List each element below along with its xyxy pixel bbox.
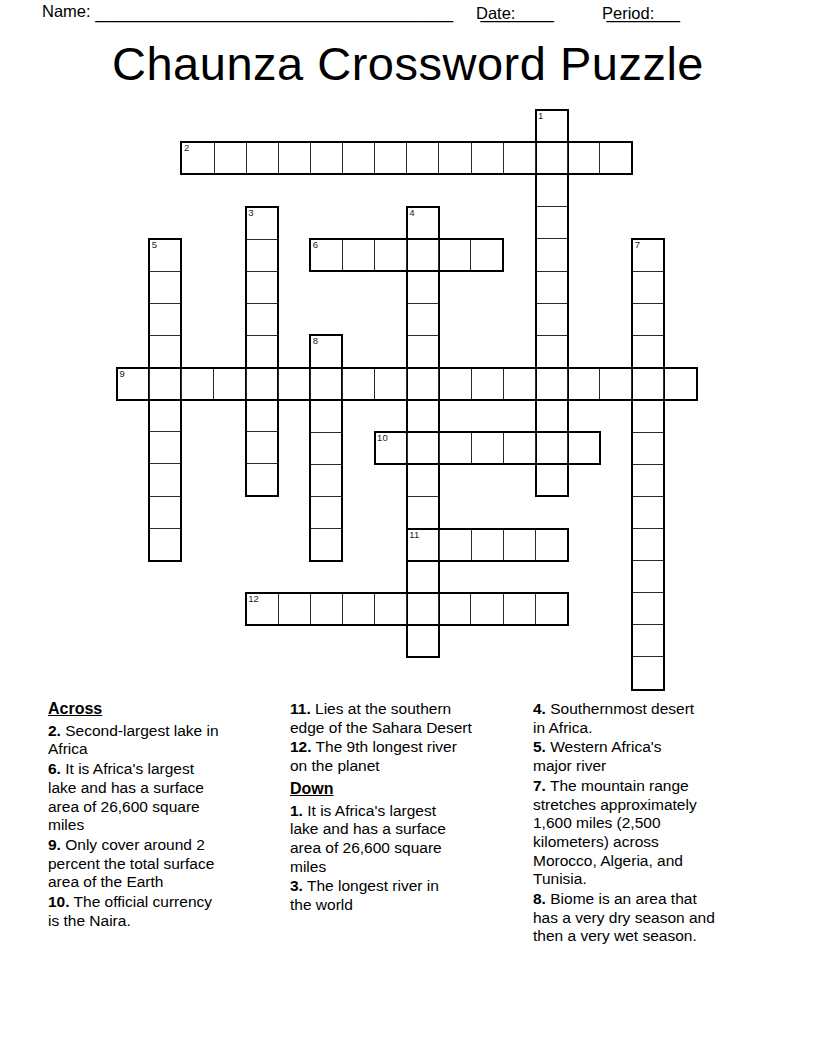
grid-cell-3-down-8[interactable] [247,463,277,495]
clue-12-across: 12. The 9th longest river on the planet [290,738,528,775]
grid-cell-4-down-8[interactable] [408,464,438,496]
clue-11-across: 11. Lies at the southern edge of the Sah… [290,700,528,737]
clue-11-across-text: Lies at the southern edge of the Sahara … [290,700,472,736]
grid-number-12: 12 [248,594,259,604]
grid-cell-5-down-7[interactable] [150,463,180,495]
grid-cell-8-down-2[interactable] [311,400,341,432]
down-heading: Down [290,780,528,799]
clue-column-2: 11. Lies at the southern edge of the Sah… [290,700,528,916]
clue-4-down: 4. Southernmost desert in Africa. [533,700,773,737]
grid-cell-9-across-11[interactable] [471,369,503,399]
clue-7-down: 7. The mountain range stretches approxim… [533,777,773,889]
grid-cell-3-down-2[interactable] [247,271,277,303]
grid-cell-9-across-5[interactable] [278,369,310,399]
grid-cell-4-down-4[interactable] [408,335,438,367]
grid-cell-10-across-1[interactable] [407,433,439,463]
across-heading: Across [48,700,284,719]
grid-cell-6-across-5[interactable] [470,240,502,270]
clue-4-down-text: Southernmost desert in Africa. [533,700,694,736]
clue-12-across-number: 12. [290,738,312,755]
grid-cell-2-across-11[interactable] [535,143,567,173]
grid-cell-8-down-4[interactable] [311,464,341,496]
grid-cell-6-across-2[interactable] [374,240,406,270]
grid-cell-9-across-12[interactable] [503,369,535,399]
grid-cell-7-down-8[interactable] [633,496,663,528]
grid-cell-7-down-10[interactable] [633,560,663,592]
grid-cell-3-down-4[interactable] [247,335,277,367]
grid-cell-9-across-17[interactable] [663,369,695,399]
grid-cell-12-across-1[interactable] [278,594,310,624]
grid-number-3: 3 [248,208,253,218]
grid-cell-9-across-6[interactable] [310,369,342,399]
grid-cell-7-down-13[interactable] [633,656,663,688]
grid-cell-9-across-9[interactable] [406,369,438,399]
grid-cell-12-across-9[interactable] [535,594,567,624]
grid-cell-8-down-5[interactable] [311,496,341,528]
grid-number-10: 10 [377,433,388,443]
grid-number-6: 6 [313,240,318,250]
clue-10-across: 10. The official currency is the Naira. [48,893,284,930]
grid-cell-1-down-9[interactable] [537,399,567,431]
grid-cell-2-across-4[interactable] [310,143,342,173]
grid-number-7: 7 [635,240,640,250]
clue-column-3: 4. Southernmost desert in Africa. 5. Wes… [533,700,773,947]
grid-cell-2-across-13[interactable] [599,143,631,173]
grid-cell-7-down-3[interactable] [633,335,663,367]
grid-cell-9-across-16[interactable] [631,369,663,399]
grid-cell-4-down-13[interactable] [408,624,438,656]
word-12-across [245,592,569,626]
word-9-across [116,367,698,401]
grid-cell-12-across-5[interactable] [406,594,438,624]
grid-cell-6-across-3[interactable] [406,240,438,270]
grid-cell-5-down-3[interactable] [150,335,180,367]
grid-cell-9-across-3[interactable] [213,369,245,399]
grid-cell-11-across-1[interactable] [439,530,471,560]
clue-8-down-text: Biome is an area that has a very dry sea… [533,890,715,944]
grid-number-5: 5 [152,240,157,250]
word-11-across [406,528,569,562]
grid-cell-12-across-2[interactable] [310,594,342,624]
grid-cell-2-across-2[interactable] [246,143,278,173]
grid-cell-10-across-6[interactable] [567,433,599,463]
word-3-down [245,206,279,498]
clue-10-across-number: 10. [48,893,70,910]
clue-9-across-text: Only cover around 2 percent the total su… [48,836,214,890]
clue-12-across-text: The 9th longest river on the planet [290,738,457,774]
grid-cell-12-across-4[interactable] [374,594,406,624]
word-7-down [631,238,665,691]
crossword-board: 123456789101112 [0,0,816,700]
grid-cell-9-across-10[interactable] [438,369,470,399]
grid-cell-4-down-3[interactable] [408,303,438,335]
grid-number-8: 8 [313,336,318,346]
grid-cell-4-down-11[interactable] [408,560,438,592]
grid-cell-2-across-1[interactable] [214,143,246,173]
grid-cell-1-down-4[interactable] [537,238,567,270]
grid-cell-2-across-5[interactable] [342,143,374,173]
clue-2-across: 2. Second-largest lake in Africa [48,722,284,759]
word-10-across [374,431,601,465]
grid-cell-7-down-2[interactable] [633,303,663,335]
grid-cell-10-across-5[interactable] [535,433,567,463]
grid-cell-10-across-4[interactable] [503,433,535,463]
clue-8-down-number: 8. [533,890,546,907]
grid-number-11: 11 [409,530,419,540]
grid-cell-7-down-9[interactable] [633,528,663,560]
grid-cell-9-across-4[interactable] [246,369,278,399]
grid-cell-4-down-6[interactable] [408,399,438,431]
grid-cell-2-across-3[interactable] [278,143,310,173]
clue-6-across: 6. It is Africa's largest lake and has a… [48,760,284,835]
grid-number-2: 2 [184,143,189,153]
grid-cell-9-across-14[interactable] [567,369,599,399]
clue-1-down-text: It is Africa's largest lake and has a su… [290,802,446,875]
grid-number-1: 1 [538,111,543,121]
grid-cell-7-down-12[interactable] [633,624,663,656]
grid-cell-2-across-8[interactable] [438,143,470,173]
grid-cell-1-down-6[interactable] [537,303,567,335]
grid-cell-5-down-2[interactable] [150,303,180,335]
grid-cell-5-down-1[interactable] [150,271,180,303]
clue-column-1: Across 2. Second-largest lake in Africa … [48,700,284,931]
grid-cell-12-across-6[interactable] [438,594,470,624]
grid-number-4: 4 [409,208,414,218]
grid-number-9: 9 [120,369,125,379]
grid-cell-9-across-15[interactable] [599,369,631,399]
grid-cell-8-down-6[interactable] [311,528,341,560]
clue-5-down-text: Western Africa's major river [533,738,661,774]
grid-cell-7-down-1[interactable] [633,271,663,303]
grid-cell-9-across-2[interactable] [181,369,213,399]
grid-cell-12-across-8[interactable] [503,594,535,624]
grid-cell-10-across-3[interactable] [471,433,503,463]
grid-cell-5-down-9[interactable] [150,528,180,560]
clue-11-across-number: 11. [290,700,311,717]
grid-cell-9-across-8[interactable] [374,369,406,399]
clue-9-across: 9. Only cover around 2 percent the total… [48,836,284,892]
clue-3-down-text: The longest river in the world [290,877,439,913]
grid-cell-9-across-13[interactable] [535,369,567,399]
grid-cell-8-down-3[interactable] [311,432,341,464]
grid-cell-7-down-5[interactable] [633,399,663,431]
grid-cell-9-across-1[interactable] [149,369,181,399]
grid-cell-3-down-3[interactable] [247,303,277,335]
grid-cell-2-across-6[interactable] [374,143,406,173]
grid-cell-1-down-3[interactable] [537,206,567,238]
grid-cell-11-across-2[interactable] [471,530,503,560]
grid-cell-9-across-7[interactable] [342,369,374,399]
grid-cell-2-across-9[interactable] [471,143,503,173]
clue-2-across-number: 2. [48,722,61,739]
grid-cell-5-down-6[interactable] [150,431,180,463]
grid-cell-2-across-7[interactable] [406,143,438,173]
grid-cell-3-down-6[interactable] [247,399,277,431]
grid-cell-11-across-4[interactable] [535,530,567,560]
grid-cell-6-across-1[interactable] [342,240,374,270]
clue-2-across-text: Second-largest lake in Africa [48,722,219,758]
grid-cell-1-down-7[interactable] [537,335,567,367]
grid-cell-11-across-3[interactable] [503,530,535,560]
clue-8-down: 8. Biome is an area that has a very dry … [533,890,773,946]
grid-cell-12-across-3[interactable] [342,594,374,624]
clue-9-across-number: 9. [48,836,61,853]
grid-cell-4-down-2[interactable] [408,271,438,303]
grid-cell-2-across-10[interactable] [503,143,535,173]
clue-5-down-number: 5. [533,738,546,755]
grid-cell-7-down-11[interactable] [633,592,663,624]
grid-cell-4-down-9[interactable] [408,496,438,528]
grid-cell-6-across-4[interactable] [438,240,470,270]
grid-cell-1-down-2[interactable] [537,174,567,206]
clue-6-across-text: It is Africa's largest lake and has a su… [48,760,204,833]
clue-1-down-number: 1. [290,802,303,819]
clue-4-down-number: 4. [533,700,546,717]
clue-10-across-text: The official currency is the Naira. [48,893,212,929]
grid-cell-10-across-2[interactable] [439,433,471,463]
grid-cell-7-down-7[interactable] [633,464,663,496]
clue-3-down-number: 3. [290,877,303,894]
clue-6-across-number: 6. [48,760,61,777]
clue-7-down-number: 7. [533,777,546,794]
clue-3-down: 3. The longest river in the world [290,877,528,914]
grid-cell-1-down-5[interactable] [537,271,567,303]
grid-cell-7-down-6[interactable] [633,432,663,464]
clue-7-down-text: The mountain range stretches approximate… [533,777,697,888]
grid-cell-12-across-7[interactable] [470,594,502,624]
grid-cell-2-across-12[interactable] [567,143,599,173]
grid-cell-3-down-1[interactable] [247,239,277,271]
word-2-across [180,141,633,175]
grid-cell-5-down-5[interactable] [150,399,180,431]
grid-cell-1-down-11[interactable] [537,463,567,495]
word-6-across [309,238,504,272]
grid-cell-3-down-7[interactable] [247,431,277,463]
clue-5-down: 5. Western Africa's major river [533,738,773,775]
clue-1-down: 1. It is Africa's largest lake and has a… [290,802,528,877]
grid-cell-5-down-8[interactable] [150,496,180,528]
